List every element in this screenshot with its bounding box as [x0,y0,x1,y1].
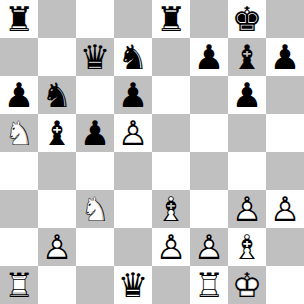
piece-white-knight: ♞♘ [76,190,114,228]
chess-board: ♜♜♚♛♞♟♝♟♟♞♟♟♞♘♝♟♟♙♞♘♝♗♟♙♟♙♟♙♟♙♟♙♝♗♜♖♛♜♖♚… [0,0,304,304]
square-e3[interactable]: ♝♗ [152,190,190,228]
square-g2[interactable]: ♝♗ [228,228,266,266]
piece-black-pawn: ♟ [0,76,38,114]
square-b4[interactable] [38,152,76,190]
square-e2[interactable]: ♟♙ [152,228,190,266]
square-b7[interactable] [38,38,76,76]
square-c4[interactable] [76,152,114,190]
square-e1[interactable] [152,266,190,304]
square-g7[interactable]: ♝ [228,38,266,76]
piece-white-rook: ♜♖ [0,266,38,304]
square-a1[interactable]: ♜♖ [0,266,38,304]
square-b3[interactable] [38,190,76,228]
square-c6[interactable] [76,76,114,114]
square-d1[interactable]: ♛ [114,266,152,304]
square-a5[interactable]: ♞♘ [0,114,38,152]
square-b8[interactable] [38,0,76,38]
piece-black-rook: ♜ [0,0,38,38]
square-d2[interactable] [114,228,152,266]
square-h4[interactable] [266,152,304,190]
square-f6[interactable] [190,76,228,114]
piece-white-bishop: ♝♗ [152,190,190,228]
square-g5[interactable] [228,114,266,152]
piece-black-pawn: ♟ [114,76,152,114]
piece-white-pawn: ♟♙ [152,228,190,266]
piece-black-pawn: ♟ [76,114,114,152]
square-a6[interactable]: ♟ [0,76,38,114]
chess-diagram: ♜♜♚♛♞♟♝♟♟♞♟♟♞♘♝♟♟♙♞♘♝♗♟♙♟♙♟♙♟♙♟♙♝♗♜♖♛♜♖♚… [0,0,304,304]
square-h1[interactable] [266,266,304,304]
piece-black-bishop: ♝ [38,114,76,152]
square-h3[interactable]: ♟♙ [266,190,304,228]
square-b1[interactable] [38,266,76,304]
piece-black-pawn: ♟ [228,76,266,114]
square-a3[interactable] [0,190,38,228]
square-e4[interactable] [152,152,190,190]
piece-black-knight: ♞ [114,38,152,76]
piece-black-bishop: ♝ [228,38,266,76]
square-a8[interactable]: ♜ [0,0,38,38]
square-d3[interactable] [114,190,152,228]
square-d5[interactable]: ♟♙ [114,114,152,152]
square-a2[interactable] [0,228,38,266]
square-f8[interactable] [190,0,228,38]
piece-white-king: ♚♔ [228,266,266,304]
square-c2[interactable] [76,228,114,266]
piece-white-pawn: ♟♙ [266,190,304,228]
piece-black-queen: ♛ [76,38,114,76]
piece-white-rook: ♜♖ [190,266,228,304]
square-g6[interactable]: ♟ [228,76,266,114]
square-c8[interactable] [76,0,114,38]
square-h8[interactable] [266,0,304,38]
square-e7[interactable] [152,38,190,76]
piece-white-pawn: ♟♙ [190,228,228,266]
square-h2[interactable] [266,228,304,266]
square-f7[interactable]: ♟ [190,38,228,76]
piece-white-knight: ♞♘ [0,114,38,152]
square-f5[interactable] [190,114,228,152]
square-e6[interactable] [152,76,190,114]
square-e5[interactable] [152,114,190,152]
piece-black-queen: ♛ [114,266,152,304]
square-h7[interactable]: ♟ [266,38,304,76]
square-b5[interactable]: ♝ [38,114,76,152]
square-a7[interactable] [0,38,38,76]
square-g8[interactable]: ♚ [228,0,266,38]
piece-white-bishop: ♝♗ [228,228,266,266]
piece-black-pawn: ♟ [266,38,304,76]
square-e8[interactable]: ♜ [152,0,190,38]
square-h5[interactable] [266,114,304,152]
square-g4[interactable] [228,152,266,190]
square-f4[interactable] [190,152,228,190]
piece-black-rook: ♜ [152,0,190,38]
piece-white-pawn: ♟♙ [228,190,266,228]
piece-black-knight: ♞ [38,76,76,114]
square-a4[interactable] [0,152,38,190]
piece-black-pawn: ♟ [190,38,228,76]
square-f2[interactable]: ♟♙ [190,228,228,266]
square-c5[interactable]: ♟ [76,114,114,152]
square-b2[interactable]: ♟♙ [38,228,76,266]
square-d6[interactable]: ♟ [114,76,152,114]
square-f3[interactable] [190,190,228,228]
square-g3[interactable]: ♟♙ [228,190,266,228]
square-d8[interactable] [114,0,152,38]
square-b6[interactable]: ♞ [38,76,76,114]
piece-black-king: ♚ [228,0,266,38]
piece-white-pawn: ♟♙ [38,228,76,266]
square-d7[interactable]: ♞ [114,38,152,76]
square-c1[interactable] [76,266,114,304]
square-f1[interactable]: ♜♖ [190,266,228,304]
square-h6[interactable] [266,76,304,114]
piece-white-pawn: ♟♙ [114,114,152,152]
square-c7[interactable]: ♛ [76,38,114,76]
square-d4[interactable] [114,152,152,190]
square-c3[interactable]: ♞♘ [76,190,114,228]
square-g1[interactable]: ♚♔ [228,266,266,304]
